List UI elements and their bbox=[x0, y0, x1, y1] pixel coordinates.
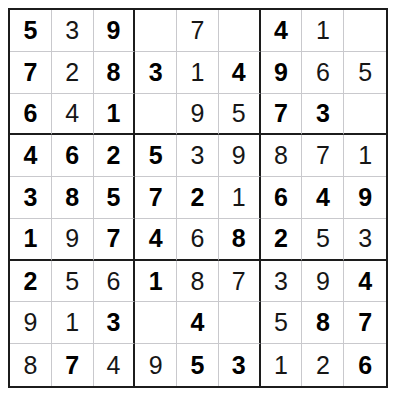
cell-r1c2[interactable]: 3 bbox=[52, 10, 94, 52]
cell-r2c7[interactable]: 9 bbox=[261, 52, 303, 94]
cell-r1c7[interactable]: 4 bbox=[261, 10, 303, 52]
cell-r6c4[interactable]: 4 bbox=[135, 219, 177, 261]
cell-r8c1[interactable]: 9 bbox=[10, 302, 52, 344]
cell-r4c4[interactable]: 5 bbox=[135, 135, 177, 177]
cell-r9c8[interactable]: 2 bbox=[302, 344, 344, 386]
cell-r5c9[interactable]: 9 bbox=[344, 177, 386, 219]
cell-r7c6[interactable]: 7 bbox=[219, 261, 261, 303]
cell-r9c1[interactable]: 8 bbox=[10, 344, 52, 386]
cell-r3c8[interactable]: 3 bbox=[302, 94, 344, 136]
cell-r7c5[interactable]: 8 bbox=[177, 261, 219, 303]
cell-r9c5[interactable]: 5 bbox=[177, 344, 219, 386]
cell-r8c9[interactable]: 7 bbox=[344, 302, 386, 344]
cell-r6c5[interactable]: 6 bbox=[177, 219, 219, 261]
cell-r8c8[interactable]: 8 bbox=[302, 302, 344, 344]
cell-r4c1[interactable]: 4 bbox=[10, 135, 52, 177]
cell-r6c7[interactable]: 2 bbox=[261, 219, 303, 261]
cell-r6c1[interactable]: 1 bbox=[10, 219, 52, 261]
cell-r2c8[interactable]: 6 bbox=[302, 52, 344, 94]
cell-r2c6[interactable]: 4 bbox=[219, 52, 261, 94]
cell-r1c4[interactable] bbox=[135, 10, 177, 52]
cell-r6c6[interactable]: 8 bbox=[219, 219, 261, 261]
sudoku-board: 5397417283149656419573462539871385721649… bbox=[8, 8, 388, 388]
cell-r8c5[interactable]: 4 bbox=[177, 302, 219, 344]
cell-r6c8[interactable]: 5 bbox=[302, 219, 344, 261]
cell-r7c2[interactable]: 5 bbox=[52, 261, 94, 303]
cell-r3c7[interactable]: 7 bbox=[261, 94, 303, 136]
cell-r1c9[interactable] bbox=[344, 10, 386, 52]
cell-r4c8[interactable]: 7 bbox=[302, 135, 344, 177]
cell-r1c5[interactable]: 7 bbox=[177, 10, 219, 52]
cell-r1c1[interactable]: 5 bbox=[10, 10, 52, 52]
cell-r5c5[interactable]: 2 bbox=[177, 177, 219, 219]
cell-r5c1[interactable]: 3 bbox=[10, 177, 52, 219]
cell-r8c4[interactable] bbox=[135, 302, 177, 344]
cell-r9c9[interactable]: 6 bbox=[344, 344, 386, 386]
cell-r4c2[interactable]: 6 bbox=[52, 135, 94, 177]
cell-r6c3[interactable]: 7 bbox=[94, 219, 136, 261]
cell-r3c5[interactable]: 9 bbox=[177, 94, 219, 136]
cell-r7c7[interactable]: 3 bbox=[261, 261, 303, 303]
cell-r2c3[interactable]: 8 bbox=[94, 52, 136, 94]
cell-r1c8[interactable]: 1 bbox=[302, 10, 344, 52]
cell-r8c3[interactable]: 3 bbox=[94, 302, 136, 344]
cell-r3c2[interactable]: 4 bbox=[52, 94, 94, 136]
cell-r4c3[interactable]: 2 bbox=[94, 135, 136, 177]
cell-r4c5[interactable]: 3 bbox=[177, 135, 219, 177]
cell-r1c6[interactable] bbox=[219, 10, 261, 52]
cell-r3c9[interactable] bbox=[344, 94, 386, 136]
cell-r9c7[interactable]: 1 bbox=[261, 344, 303, 386]
cell-r7c1[interactable]: 2 bbox=[10, 261, 52, 303]
cell-r2c1[interactable]: 7 bbox=[10, 52, 52, 94]
cell-r8c7[interactable]: 5 bbox=[261, 302, 303, 344]
cell-r5c2[interactable]: 8 bbox=[52, 177, 94, 219]
cell-r6c2[interactable]: 9 bbox=[52, 219, 94, 261]
cell-r7c9[interactable]: 4 bbox=[344, 261, 386, 303]
cell-r9c3[interactable]: 4 bbox=[94, 344, 136, 386]
cell-r5c6[interactable]: 1 bbox=[219, 177, 261, 219]
cell-r3c1[interactable]: 6 bbox=[10, 94, 52, 136]
cell-r1c3[interactable]: 9 bbox=[94, 10, 136, 52]
cell-r2c9[interactable]: 5 bbox=[344, 52, 386, 94]
cell-r8c6[interactable] bbox=[219, 302, 261, 344]
cell-r4c6[interactable]: 9 bbox=[219, 135, 261, 177]
cell-r5c7[interactable]: 6 bbox=[261, 177, 303, 219]
cell-r7c8[interactable]: 9 bbox=[302, 261, 344, 303]
cell-r5c3[interactable]: 5 bbox=[94, 177, 136, 219]
cell-r7c4[interactable]: 1 bbox=[135, 261, 177, 303]
cell-r9c2[interactable]: 7 bbox=[52, 344, 94, 386]
cell-r3c4[interactable] bbox=[135, 94, 177, 136]
cell-r3c3[interactable]: 1 bbox=[94, 94, 136, 136]
cell-r9c6[interactable]: 3 bbox=[219, 344, 261, 386]
cell-r5c4[interactable]: 7 bbox=[135, 177, 177, 219]
cell-r7c3[interactable]: 6 bbox=[94, 261, 136, 303]
cell-r3c6[interactable]: 5 bbox=[219, 94, 261, 136]
cell-r9c4[interactable]: 9 bbox=[135, 344, 177, 386]
cell-r2c2[interactable]: 2 bbox=[52, 52, 94, 94]
cell-r2c4[interactable]: 3 bbox=[135, 52, 177, 94]
cell-r8c2[interactable]: 1 bbox=[52, 302, 94, 344]
cell-r5c8[interactable]: 4 bbox=[302, 177, 344, 219]
cell-r2c5[interactable]: 1 bbox=[177, 52, 219, 94]
cell-r4c9[interactable]: 1 bbox=[344, 135, 386, 177]
cell-r6c9[interactable]: 3 bbox=[344, 219, 386, 261]
cell-r4c7[interactable]: 8 bbox=[261, 135, 303, 177]
